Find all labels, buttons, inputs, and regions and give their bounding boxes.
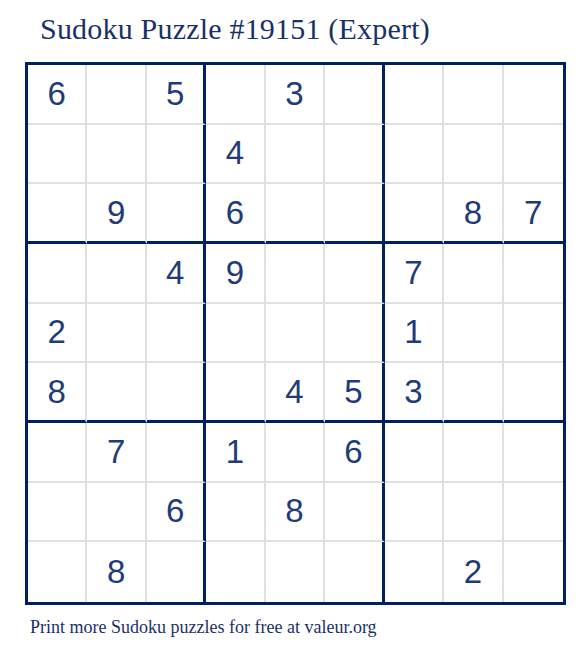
cell-r3c8: 8 xyxy=(444,184,503,244)
cell-r5c7: 1 xyxy=(385,304,444,364)
cell-r5c3 xyxy=(147,304,206,364)
cell-r2c1 xyxy=(28,125,87,185)
cell-r8c4 xyxy=(206,483,265,543)
cell-r2c9 xyxy=(504,125,563,185)
cell-r7c6: 6 xyxy=(325,423,384,483)
cell-r7c9 xyxy=(504,423,563,483)
cell-r1c1: 6 xyxy=(28,65,87,125)
cell-r9c1 xyxy=(28,542,87,602)
cell-r1c6 xyxy=(325,65,384,125)
cell-r9c7 xyxy=(385,542,444,602)
cell-r4c4: 9 xyxy=(206,244,265,304)
cell-r9c6 xyxy=(325,542,384,602)
cell-r1c9 xyxy=(504,65,563,125)
cell-r5c4 xyxy=(206,304,265,364)
cell-r5c8 xyxy=(444,304,503,364)
cell-r4c9 xyxy=(504,244,563,304)
cell-r3c5 xyxy=(266,184,325,244)
cell-r5c2 xyxy=(87,304,146,364)
cell-r1c2 xyxy=(87,65,146,125)
cell-r1c4 xyxy=(206,65,265,125)
cell-r7c5 xyxy=(266,423,325,483)
cell-r4c7: 7 xyxy=(385,244,444,304)
cell-r5c6 xyxy=(325,304,384,364)
cell-r6c1: 8 xyxy=(28,363,87,423)
cell-r2c5 xyxy=(266,125,325,185)
cell-r4c8 xyxy=(444,244,503,304)
cell-r8c7 xyxy=(385,483,444,543)
cell-r4c1 xyxy=(28,244,87,304)
sudoku-board: 653496874972184537166882 xyxy=(25,62,566,605)
cell-r4c2 xyxy=(87,244,146,304)
cell-r6c9 xyxy=(504,363,563,423)
cell-r9c5 xyxy=(266,542,325,602)
cell-r7c8 xyxy=(444,423,503,483)
cell-r2c6 xyxy=(325,125,384,185)
cell-r6c8 xyxy=(444,363,503,423)
cell-r3c4: 6 xyxy=(206,184,265,244)
cell-r7c4: 1 xyxy=(206,423,265,483)
cell-r8c5: 8 xyxy=(266,483,325,543)
cell-r8c2 xyxy=(87,483,146,543)
cell-r9c8: 2 xyxy=(444,542,503,602)
cell-r5c9 xyxy=(504,304,563,364)
cell-r6c4 xyxy=(206,363,265,423)
cell-r2c2 xyxy=(87,125,146,185)
cell-r2c4: 4 xyxy=(206,125,265,185)
cell-r6c7: 3 xyxy=(385,363,444,423)
cell-r6c2 xyxy=(87,363,146,423)
cell-r2c7 xyxy=(385,125,444,185)
page-title: Sudoku Puzzle #19151 (Expert) xyxy=(40,12,430,46)
cell-r3c7 xyxy=(385,184,444,244)
cell-r9c4 xyxy=(206,542,265,602)
cell-r1c8 xyxy=(444,65,503,125)
cell-r9c9 xyxy=(504,542,563,602)
cell-r7c7 xyxy=(385,423,444,483)
cell-r8c1 xyxy=(28,483,87,543)
cell-r7c3 xyxy=(147,423,206,483)
cell-r3c3 xyxy=(147,184,206,244)
cell-r2c3 xyxy=(147,125,206,185)
cell-r1c7 xyxy=(385,65,444,125)
cell-r6c3 xyxy=(147,363,206,423)
cell-r8c9 xyxy=(504,483,563,543)
footer-caption: Print more Sudoku puzzles for free at va… xyxy=(30,617,377,638)
cell-r3c6 xyxy=(325,184,384,244)
cell-r1c3: 5 xyxy=(147,65,206,125)
cell-r8c3: 6 xyxy=(147,483,206,543)
cell-r6c6: 5 xyxy=(325,363,384,423)
cell-r1c5: 3 xyxy=(266,65,325,125)
cell-r4c5 xyxy=(266,244,325,304)
cell-r5c1: 2 xyxy=(28,304,87,364)
cell-r8c6 xyxy=(325,483,384,543)
cell-r7c2: 7 xyxy=(87,423,146,483)
cell-r6c5: 4 xyxy=(266,363,325,423)
cell-r2c8 xyxy=(444,125,503,185)
cell-r9c3 xyxy=(147,542,206,602)
cell-r7c1 xyxy=(28,423,87,483)
cell-r9c2: 8 xyxy=(87,542,146,602)
cell-r3c9: 7 xyxy=(504,184,563,244)
cell-r4c3: 4 xyxy=(147,244,206,304)
cell-r5c5 xyxy=(266,304,325,364)
cell-r3c1 xyxy=(28,184,87,244)
cell-r8c8 xyxy=(444,483,503,543)
cell-r3c2: 9 xyxy=(87,184,146,244)
cell-r4c6 xyxy=(325,244,384,304)
